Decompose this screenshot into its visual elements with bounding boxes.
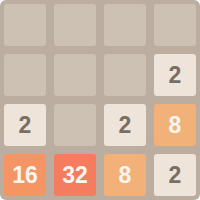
tile-2: 2: [4, 104, 46, 146]
empty-cell: [4, 4, 46, 46]
tile-2: 2: [104, 104, 146, 146]
empty-cell: [54, 104, 96, 146]
tile-2: 2: [154, 154, 196, 196]
tile-8: 8: [154, 104, 196, 146]
board-2048[interactable]: 2228163282: [0, 0, 200, 200]
empty-cell: [54, 4, 96, 46]
game-page: 2228163282: [0, 0, 200, 200]
tile-16: 16: [4, 154, 46, 196]
tile-2: 2: [154, 54, 196, 96]
empty-cell: [54, 54, 96, 96]
empty-cell: [154, 4, 196, 46]
tile-32: 32: [54, 154, 96, 196]
tile-8: 8: [104, 154, 146, 196]
empty-cell: [104, 4, 146, 46]
empty-cell: [104, 54, 146, 96]
empty-cell: [4, 54, 46, 96]
